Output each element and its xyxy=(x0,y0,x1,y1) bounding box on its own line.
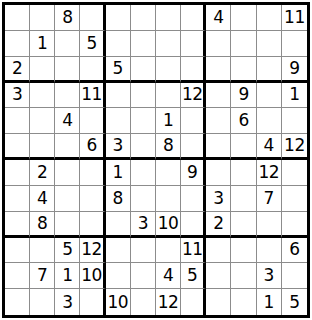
given-digit: 1 xyxy=(113,164,123,181)
cell-r3c11[interactable] xyxy=(257,57,282,83)
sudoku-board: 8411152593111291416638412219124837831025… xyxy=(2,2,310,318)
cell-r10c8[interactable]: 11 xyxy=(181,238,206,264)
cell-r12c7[interactable]: 12 xyxy=(156,289,181,315)
given-digit: 4 xyxy=(62,112,72,129)
cell-r3c3[interactable] xyxy=(55,57,80,83)
given-digit: 3 xyxy=(113,137,123,154)
cell-r9c4[interactable] xyxy=(80,212,105,238)
cell-r1c6[interactable] xyxy=(131,5,156,31)
given-digit: 6 xyxy=(238,112,248,129)
cell-r7c1[interactable] xyxy=(5,160,30,186)
cell-r10c3[interactable]: 5 xyxy=(55,238,80,264)
cell-r3c10[interactable] xyxy=(231,57,256,83)
cell-r5c7[interactable]: 1 xyxy=(156,108,181,134)
given-digit: 10 xyxy=(107,294,128,311)
cell-r7c11[interactable]: 12 xyxy=(257,160,282,186)
given-digit: 2 xyxy=(12,60,22,77)
cell-r11c1[interactable] xyxy=(5,263,30,289)
given-digit: 2 xyxy=(213,215,223,232)
cell-r6c3[interactable] xyxy=(55,134,80,160)
cell-r12c8[interactable] xyxy=(181,289,206,315)
cell-r11c10[interactable] xyxy=(231,263,256,289)
cell-r1c8[interactable] xyxy=(181,5,206,31)
cell-r10c12[interactable]: 6 xyxy=(282,238,307,264)
cell-r12c11[interactable]: 1 xyxy=(257,289,282,315)
cell-r9c8[interactable] xyxy=(181,212,206,238)
given-digit: 5 xyxy=(113,60,123,77)
given-digit: 6 xyxy=(86,137,96,154)
cell-r11c12[interactable] xyxy=(282,263,307,289)
cell-r12c4[interactable] xyxy=(80,289,105,315)
cell-r10c6[interactable] xyxy=(131,238,156,264)
cell-r8c4[interactable] xyxy=(80,186,105,212)
given-digit: 9 xyxy=(187,164,197,181)
cell-r5c10[interactable]: 6 xyxy=(231,108,256,134)
cell-r1c7[interactable] xyxy=(156,5,181,31)
cell-r6c6[interactable] xyxy=(131,134,156,160)
cell-r8c8[interactable] xyxy=(181,186,206,212)
cell-r2c1[interactable] xyxy=(5,31,30,57)
cell-r3c1[interactable]: 2 xyxy=(5,57,30,83)
cell-r3c5[interactable]: 5 xyxy=(106,57,131,83)
given-digit: 11 xyxy=(284,9,305,26)
given-digit: 11 xyxy=(182,241,203,258)
given-digit: 7 xyxy=(264,190,274,207)
cell-r8c2[interactable]: 4 xyxy=(30,186,55,212)
cell-r2c5[interactable] xyxy=(106,31,131,57)
cell-r4c6[interactable] xyxy=(131,83,156,109)
given-digit: 1 xyxy=(163,112,173,129)
cell-r2c3[interactable] xyxy=(55,31,80,57)
cell-r3c6[interactable] xyxy=(131,57,156,83)
cell-r3c9[interactable] xyxy=(206,57,231,83)
cell-r4c5[interactable] xyxy=(106,83,131,109)
cell-r9c9[interactable]: 2 xyxy=(206,212,231,238)
cell-r1c1[interactable] xyxy=(5,5,30,31)
cell-r6c5[interactable]: 3 xyxy=(106,134,131,160)
cell-r5c12[interactable] xyxy=(282,108,307,134)
given-digit: 5 xyxy=(289,294,299,311)
cell-r7c5[interactable]: 1 xyxy=(106,160,131,186)
cell-r8c1[interactable] xyxy=(5,186,30,212)
cell-r5c6[interactable] xyxy=(131,108,156,134)
cell-r1c12[interactable]: 11 xyxy=(282,5,307,31)
given-digit: 4 xyxy=(213,9,223,26)
given-digit: 4 xyxy=(37,190,47,207)
given-digit: 4 xyxy=(163,267,173,284)
cell-r4c10[interactable]: 9 xyxy=(231,83,256,109)
cell-r5c1[interactable] xyxy=(5,108,30,134)
cell-r5c4[interactable] xyxy=(80,108,105,134)
cell-r10c7[interactable] xyxy=(156,238,181,264)
cell-r9c7[interactable]: 10 xyxy=(156,212,181,238)
cell-r7c7[interactable] xyxy=(156,160,181,186)
given-digit: 12 xyxy=(81,241,102,258)
cell-r4c4[interactable]: 11 xyxy=(80,83,105,109)
cell-r2c4[interactable]: 5 xyxy=(80,31,105,57)
cell-r9c12[interactable] xyxy=(282,212,307,238)
cell-r1c3[interactable]: 8 xyxy=(55,5,80,31)
cell-r11c3[interactable]: 1 xyxy=(55,263,80,289)
cell-r10c9[interactable] xyxy=(206,238,231,264)
cell-r5c11[interactable] xyxy=(257,108,282,134)
given-digit: 1 xyxy=(264,294,274,311)
cell-r3c4[interactable] xyxy=(80,57,105,83)
cell-r4c2[interactable] xyxy=(30,83,55,109)
cell-r9c1[interactable] xyxy=(5,212,30,238)
cell-r9c11[interactable] xyxy=(257,212,282,238)
cell-r7c8[interactable]: 9 xyxy=(181,160,206,186)
given-digit: 10 xyxy=(81,267,102,284)
cell-r4c9[interactable] xyxy=(206,83,231,109)
cell-r4c3[interactable] xyxy=(55,83,80,109)
given-digit: 1 xyxy=(62,267,72,284)
given-digit: 12 xyxy=(182,86,203,103)
cell-r7c12[interactable] xyxy=(282,160,307,186)
cell-r4c12[interactable]: 1 xyxy=(282,83,307,109)
cell-r8c7[interactable] xyxy=(156,186,181,212)
given-digit: 12 xyxy=(158,294,179,311)
cell-r12c2[interactable] xyxy=(30,289,55,315)
given-digit: 9 xyxy=(289,60,299,77)
cell-r5c3[interactable]: 4 xyxy=(55,108,80,134)
cell-r4c1[interactable]: 3 xyxy=(5,83,30,109)
cell-r1c4[interactable] xyxy=(80,5,105,31)
cell-r12c1[interactable] xyxy=(5,289,30,315)
given-digit: 6 xyxy=(289,241,299,258)
cell-r3c2[interactable] xyxy=(30,57,55,83)
cell-r3c12[interactable]: 9 xyxy=(282,57,307,83)
cell-r11c7[interactable]: 4 xyxy=(156,263,181,289)
cell-r6c9[interactable] xyxy=(206,134,231,160)
cell-r8c9[interactable]: 3 xyxy=(206,186,231,212)
cell-r10c4[interactable]: 12 xyxy=(80,238,105,264)
cell-r11c6[interactable] xyxy=(131,263,156,289)
cell-r2c7[interactable] xyxy=(156,31,181,57)
cell-r9c5[interactable] xyxy=(106,212,131,238)
given-digit: 8 xyxy=(62,9,72,26)
cell-r7c4[interactable] xyxy=(80,160,105,186)
cell-r8c10[interactable] xyxy=(231,186,256,212)
cell-r1c10[interactable] xyxy=(231,5,256,31)
given-digit: 3 xyxy=(62,294,72,311)
cell-r3c8[interactable] xyxy=(181,57,206,83)
cell-r8c12[interactable] xyxy=(282,186,307,212)
cell-r5c9[interactable] xyxy=(206,108,231,134)
cell-r6c12[interactable]: 12 xyxy=(282,134,307,160)
given-digit: 7 xyxy=(37,267,47,284)
cell-r6c4[interactable]: 6 xyxy=(80,134,105,160)
cell-r12c5[interactable]: 10 xyxy=(106,289,131,315)
cell-r6c2[interactable] xyxy=(30,134,55,160)
cell-r8c5[interactable]: 8 xyxy=(106,186,131,212)
cell-r2c6[interactable] xyxy=(131,31,156,57)
cell-r2c8[interactable] xyxy=(181,31,206,57)
given-digit: 12 xyxy=(258,164,279,181)
cell-r7c6[interactable] xyxy=(131,160,156,186)
cell-r1c2[interactable] xyxy=(30,5,55,31)
cell-r10c11[interactable] xyxy=(257,238,282,264)
cell-r9c3[interactable] xyxy=(55,212,80,238)
cell-r1c9[interactable]: 4 xyxy=(206,5,231,31)
given-digit: 8 xyxy=(37,215,47,232)
given-digit: 9 xyxy=(238,86,248,103)
cell-r3c7[interactable] xyxy=(156,57,181,83)
cell-r12c6[interactable] xyxy=(131,289,156,315)
cell-r4c8[interactable]: 12 xyxy=(181,83,206,109)
cell-r12c3[interactable]: 3 xyxy=(55,289,80,315)
cell-r9c2[interactable]: 8 xyxy=(30,212,55,238)
cell-r1c5[interactable] xyxy=(106,5,131,31)
cell-r10c1[interactable] xyxy=(5,238,30,264)
cell-r12c12[interactable]: 5 xyxy=(282,289,307,315)
given-digit: 2 xyxy=(37,164,47,181)
cell-r12c9[interactable] xyxy=(206,289,231,315)
given-digit: 1 xyxy=(289,86,299,103)
cell-r7c10[interactable] xyxy=(231,160,256,186)
cell-r7c9[interactable] xyxy=(206,160,231,186)
given-digit: 3 xyxy=(213,190,223,207)
cell-r8c3[interactable] xyxy=(55,186,80,212)
cell-r8c6[interactable] xyxy=(131,186,156,212)
given-digit: 4 xyxy=(264,137,274,154)
given-digit: 8 xyxy=(113,190,123,207)
cell-r11c11[interactable]: 3 xyxy=(257,263,282,289)
given-digit: 8 xyxy=(163,137,173,154)
given-digit: 5 xyxy=(86,35,96,52)
cell-r6c11[interactable]: 4 xyxy=(257,134,282,160)
cell-r2c10[interactable] xyxy=(231,31,256,57)
cell-r11c4[interactable]: 10 xyxy=(80,263,105,289)
given-digit: 1 xyxy=(37,35,47,52)
cell-r10c5[interactable] xyxy=(106,238,131,264)
cell-r11c2[interactable]: 7 xyxy=(30,263,55,289)
cell-r5c5[interactable] xyxy=(106,108,131,134)
given-digit: 10 xyxy=(158,215,179,232)
given-digit: 5 xyxy=(187,267,197,284)
cell-r5c8[interactable] xyxy=(181,108,206,134)
cell-r12c10[interactable] xyxy=(231,289,256,315)
cell-r11c5[interactable] xyxy=(106,263,131,289)
given-digit: 12 xyxy=(284,137,305,154)
cell-r6c10[interactable] xyxy=(231,134,256,160)
cell-r10c2[interactable] xyxy=(30,238,55,264)
cell-r4c7[interactable] xyxy=(156,83,181,109)
cell-r6c1[interactable] xyxy=(5,134,30,160)
cell-r8c11[interactable]: 7 xyxy=(257,186,282,212)
given-digit: 3 xyxy=(264,267,274,284)
cell-r2c12[interactable] xyxy=(282,31,307,57)
cell-r1c11[interactable] xyxy=(257,5,282,31)
given-digit: 3 xyxy=(138,215,148,232)
given-digit: 11 xyxy=(81,86,102,103)
cell-r2c11[interactable] xyxy=(257,31,282,57)
cell-r11c8[interactable]: 5 xyxy=(181,263,206,289)
given-digit: 5 xyxy=(62,241,72,258)
cell-r9c6[interactable]: 3 xyxy=(131,212,156,238)
cell-r7c2[interactable]: 2 xyxy=(30,160,55,186)
cell-r7c3[interactable] xyxy=(55,160,80,186)
cell-r6c8[interactable] xyxy=(181,134,206,160)
cell-r5c2[interactable] xyxy=(30,108,55,134)
cell-r11c9[interactable] xyxy=(206,263,231,289)
given-digit: 3 xyxy=(12,86,22,103)
cell-r2c2[interactable]: 1 xyxy=(30,31,55,57)
cell-r2c9[interactable] xyxy=(206,31,231,57)
cell-r9c10[interactable] xyxy=(231,212,256,238)
page-background: 8411152593111291416638412219124837831025… xyxy=(0,0,312,320)
cell-r10c10[interactable] xyxy=(231,238,256,264)
cell-r6c7[interactable]: 8 xyxy=(156,134,181,160)
cell-r4c11[interactable] xyxy=(257,83,282,109)
